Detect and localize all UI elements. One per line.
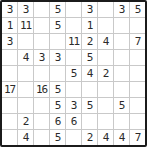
- grid-cell: 5: [50, 82, 65, 97]
- grid-cell[interactable]: [130, 18, 145, 33]
- grid-cell[interactable]: [2, 114, 17, 129]
- clue-number: 11: [68, 36, 79, 47]
- grid-cell: 3: [2, 2, 17, 17]
- grid-cell: 3: [82, 2, 97, 17]
- grid-cell[interactable]: [114, 114, 129, 129]
- clue-number: 3: [71, 100, 77, 111]
- grid-cell: 3: [66, 98, 81, 113]
- grid-cell: 3: [114, 2, 129, 17]
- grid-cell[interactable]: [34, 34, 49, 49]
- clue-number: 17: [4, 84, 15, 95]
- grid-cell[interactable]: [66, 18, 81, 33]
- grid-cell: 7: [130, 130, 145, 145]
- grid-cell[interactable]: [98, 82, 113, 97]
- clue-number: 5: [55, 132, 61, 143]
- clue-number: 5: [119, 100, 125, 111]
- grid-cell[interactable]: [130, 66, 145, 81]
- grid-cell[interactable]: [98, 2, 113, 17]
- clue-number: 4: [119, 132, 125, 143]
- grid-cell[interactable]: [130, 50, 145, 65]
- clue-number: 3: [23, 4, 29, 15]
- clue-number: 6: [55, 116, 61, 127]
- grid-cell: 11: [18, 18, 33, 33]
- grid-cell[interactable]: [66, 130, 81, 145]
- grid-cell: 11: [66, 34, 81, 49]
- clue-number: 7: [135, 36, 141, 47]
- grid-cell[interactable]: [66, 50, 81, 65]
- grid-cell[interactable]: [2, 98, 17, 113]
- grid-cell[interactable]: [130, 114, 145, 129]
- grid-cell: 5: [50, 2, 65, 17]
- clue-number: 2: [103, 68, 109, 79]
- grid-cell: 3: [18, 2, 33, 17]
- clue-number: 5: [55, 84, 61, 95]
- clue-number: 5: [55, 20, 61, 31]
- grid-cell[interactable]: [2, 50, 17, 65]
- clue-number: 5: [55, 100, 61, 111]
- grid-cell: 3: [2, 34, 17, 49]
- grid-cell[interactable]: [34, 114, 49, 129]
- clue-number: 4: [87, 68, 93, 79]
- grid-cell[interactable]: [50, 34, 65, 49]
- grid-cell[interactable]: [130, 98, 145, 113]
- grid-cell: 2: [98, 66, 113, 81]
- clue-number: 3: [119, 4, 125, 15]
- grid-cell[interactable]: [34, 66, 49, 81]
- clue-number: 3: [87, 4, 93, 15]
- grid-cell[interactable]: [130, 82, 145, 97]
- grid-cell: 2: [18, 114, 33, 129]
- grid-cell: 5: [114, 98, 129, 113]
- grid-cell[interactable]: [98, 50, 113, 65]
- grid-cell: 4: [18, 130, 33, 145]
- grid-cell: 5: [130, 2, 145, 17]
- clue-number: 7: [135, 132, 141, 143]
- clue-number: 5: [87, 52, 93, 63]
- grid-cell[interactable]: [50, 66, 65, 81]
- grid-cell: 4: [98, 130, 113, 145]
- clue-number: 4: [23, 132, 29, 143]
- grid-cell[interactable]: [98, 98, 113, 113]
- clue-number: 5: [71, 68, 77, 79]
- grid-cell: 1: [82, 18, 97, 33]
- grid-cell[interactable]: [18, 98, 33, 113]
- grid-cell: 16: [34, 82, 49, 97]
- grid-cell: 5: [82, 50, 97, 65]
- grid-cell: 5: [50, 18, 65, 33]
- fillomino-board: 3353351115131124743355421716553552664524…: [0, 0, 147, 147]
- clue-number: 1: [7, 20, 13, 31]
- grid-cell[interactable]: [114, 82, 129, 97]
- clue-number: 3: [7, 36, 13, 47]
- grid-cell: 3: [34, 50, 49, 65]
- clue-number: 2: [23, 116, 29, 127]
- clue-number: 5: [87, 100, 93, 111]
- grid-cell[interactable]: [34, 2, 49, 17]
- clue-number: 11: [20, 20, 31, 31]
- grid-cell[interactable]: [114, 50, 129, 65]
- clue-number: 6: [71, 116, 77, 127]
- grid-cell[interactable]: [2, 66, 17, 81]
- grid-cell[interactable]: [34, 18, 49, 33]
- grid-cell: 5: [82, 98, 97, 113]
- grid-cell: 6: [50, 114, 65, 129]
- clue-number: 3: [55, 52, 61, 63]
- grid-cell: 2: [82, 130, 97, 145]
- grid-cell[interactable]: [66, 82, 81, 97]
- grid-cell: 4: [18, 50, 33, 65]
- grid-cell[interactable]: [98, 114, 113, 129]
- clue-number: 4: [103, 36, 109, 47]
- grid-cell[interactable]: [82, 114, 97, 129]
- grid-cell: 4: [82, 66, 97, 81]
- grid-cell[interactable]: [114, 34, 129, 49]
- grid-cell[interactable]: [114, 66, 129, 81]
- grid-cell[interactable]: [18, 82, 33, 97]
- grid-cell: 7: [130, 34, 145, 49]
- clue-number: 4: [23, 52, 29, 63]
- clue-number: 16: [36, 84, 47, 95]
- clue-number: 3: [7, 4, 13, 15]
- grid-cell[interactable]: [18, 34, 33, 49]
- grid-cell[interactable]: [82, 82, 97, 97]
- grid-cell[interactable]: [2, 130, 17, 145]
- grid-cell: 1: [2, 18, 17, 33]
- grid-cell[interactable]: [34, 98, 49, 113]
- grid-cell[interactable]: [66, 2, 81, 17]
- clue-number: 4: [103, 132, 109, 143]
- clue-number: 3: [39, 52, 45, 63]
- grid-cell: 17: [2, 82, 17, 97]
- clue-number: 5: [55, 4, 61, 15]
- grid-cell[interactable]: [114, 18, 129, 33]
- grid-cell[interactable]: [98, 18, 113, 33]
- grid-cell: 4: [98, 34, 113, 49]
- grid-cell[interactable]: [18, 66, 33, 81]
- grid-cell[interactable]: [34, 130, 49, 145]
- grid-cell: 6: [66, 114, 81, 129]
- grid-cell: 4: [114, 130, 129, 145]
- clue-number: 2: [87, 132, 93, 143]
- clue-number: 5: [135, 4, 141, 15]
- grid-cell: 5: [50, 130, 65, 145]
- grid-cell: 5: [66, 66, 81, 81]
- grid-cell: 2: [82, 34, 97, 49]
- clue-number: 1: [87, 20, 93, 31]
- grid-cell: 3: [50, 50, 65, 65]
- clue-number: 2: [87, 36, 93, 47]
- grid-cell: 5: [50, 98, 65, 113]
